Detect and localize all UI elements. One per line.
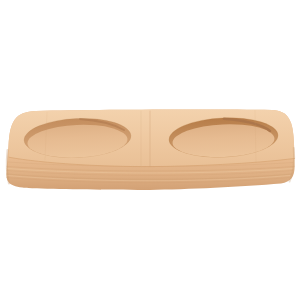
image-canvas: Light beech wooden tray with two round r… [0,0,300,300]
wooden-tray-illustration [0,0,300,300]
product-photo: Light beech wooden tray with two round r… [0,0,300,300]
